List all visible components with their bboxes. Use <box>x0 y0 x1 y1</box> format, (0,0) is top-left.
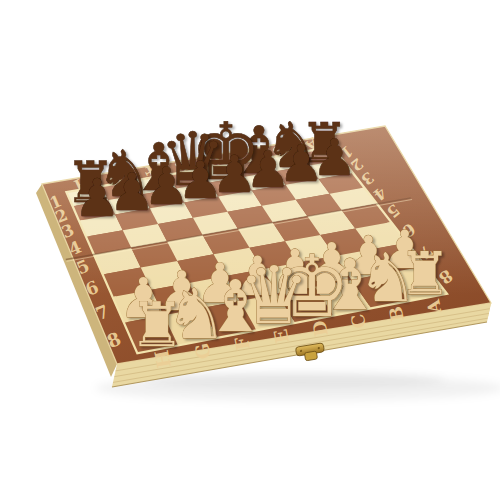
chess-board-scene: 1122334455667788HHGGFFEEDDCCBBAA♜♞♝♟♚♟♛♟… <box>0 0 500 500</box>
piece-light-rook: ♜ <box>129 289 184 360</box>
chess-product-photo: 1122334455667788HHGGFFEEDDCCBBAA♜♞♝♟♚♟♛♟… <box>0 0 500 500</box>
board-cast-shadow <box>145 372 445 388</box>
piece-dark-pawn: ♟ <box>74 168 121 228</box>
